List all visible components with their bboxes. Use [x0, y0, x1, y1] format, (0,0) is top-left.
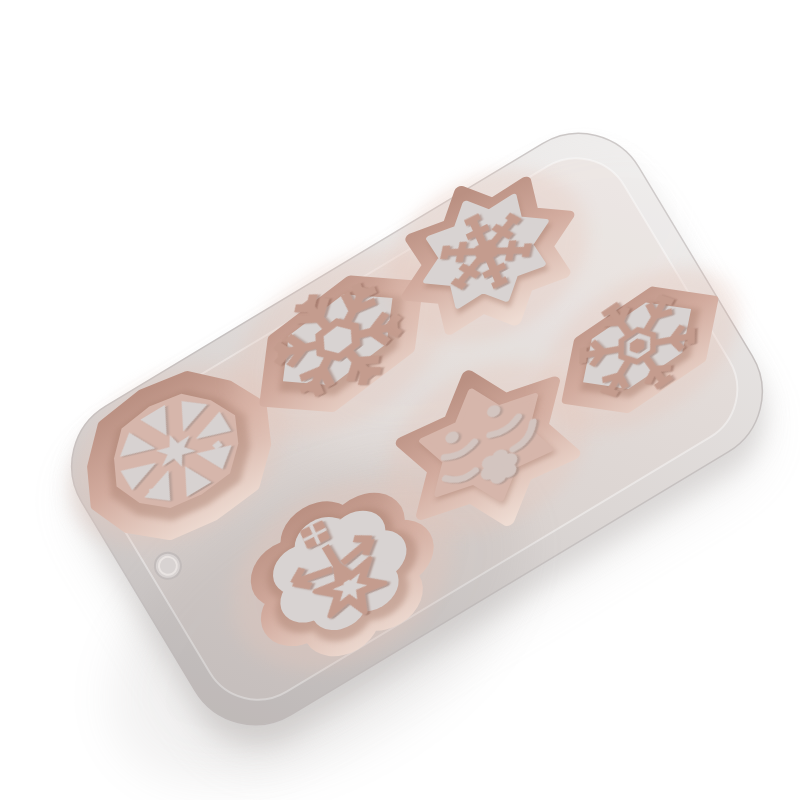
product-photo [0, 0, 800, 800]
mold-tray [0, 52, 800, 800]
product-photo-svg [0, 0, 800, 800]
